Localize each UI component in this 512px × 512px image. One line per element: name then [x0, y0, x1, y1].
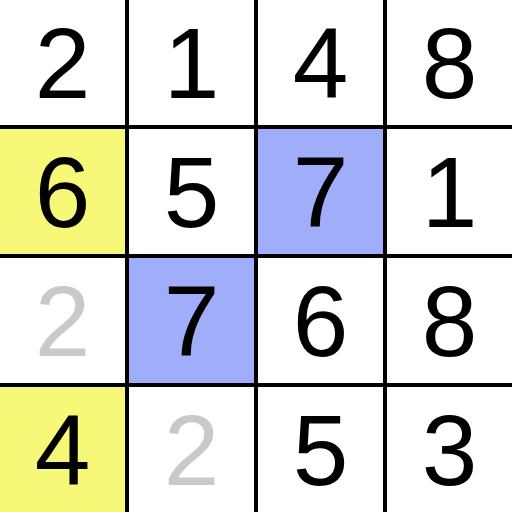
cell-r2c0[interactable]: 2	[0, 258, 125, 383]
cell-r2c1[interactable]: 7	[129, 258, 254, 383]
cell-r1c1[interactable]: 5	[129, 129, 254, 254]
cell-r0c2[interactable]: 4	[258, 0, 383, 125]
cell-r1c0[interactable]: 6	[0, 129, 125, 254]
puzzle-grid: 2 1 4 8 6 5 7 1 2 7 6 8 4 2 5 3	[0, 0, 512, 512]
cell-r2c3[interactable]: 8	[387, 258, 512, 383]
cell-r3c1[interactable]: 2	[129, 387, 254, 512]
cell-r1c3[interactable]: 1	[387, 129, 512, 254]
cell-r0c0[interactable]: 2	[0, 0, 125, 125]
cell-r3c3[interactable]: 3	[387, 387, 512, 512]
cell-r0c1[interactable]: 1	[129, 0, 254, 125]
cell-r2c2[interactable]: 6	[258, 258, 383, 383]
cell-r0c3[interactable]: 8	[387, 0, 512, 125]
cell-r3c0[interactable]: 4	[0, 387, 125, 512]
cell-r3c2[interactable]: 5	[258, 387, 383, 512]
cell-r1c2[interactable]: 7	[258, 129, 383, 254]
